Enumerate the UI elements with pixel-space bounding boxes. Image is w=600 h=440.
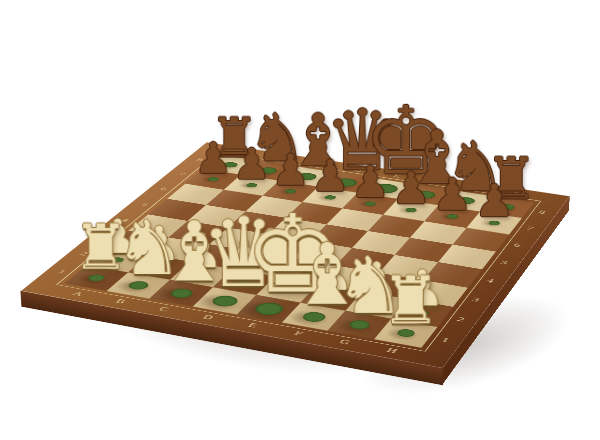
square-h7[interactable]: ♟	[467, 212, 522, 235]
square-h1[interactable]: ♜	[374, 319, 437, 348]
piece-white-knight[interactable]: ♞	[335, 246, 384, 325]
chess-board: ABCDEFGH ABCDEFGH 87654321 87654321 ♜♞♝♛…	[21, 142, 569, 368]
piece-black-pawn[interactable]: ♟	[231, 142, 273, 185]
piece-white-knight[interactable]: ♞	[115, 210, 162, 286]
piece-black-pawn[interactable]: ♟	[269, 148, 311, 191]
piece-black-pawn[interactable]: ♟	[431, 172, 475, 217]
piece-white-queen[interactable]: ♛	[201, 205, 249, 301]
piece-white-rook[interactable]: ♜	[381, 267, 431, 333]
piece-white-rook[interactable]: ♜	[73, 215, 120, 277]
product-photo-scene: ABCDEFGH ABCDEFGH 87654321 87654321 ♜♞♝♛…	[0, 0, 600, 440]
piece-black-pawn[interactable]: ♟	[389, 166, 432, 210]
piece-black-pawn[interactable]: ♟	[472, 178, 516, 223]
piece-black-pawn[interactable]: ♟	[192, 136, 234, 179]
piece-white-king[interactable]: ♚	[245, 201, 293, 309]
piece-white-bishop[interactable]: ♝	[289, 232, 338, 317]
piece-black-pawn[interactable]: ♟	[349, 160, 392, 204]
piece-white-bishop[interactable]: ♝	[158, 210, 206, 293]
